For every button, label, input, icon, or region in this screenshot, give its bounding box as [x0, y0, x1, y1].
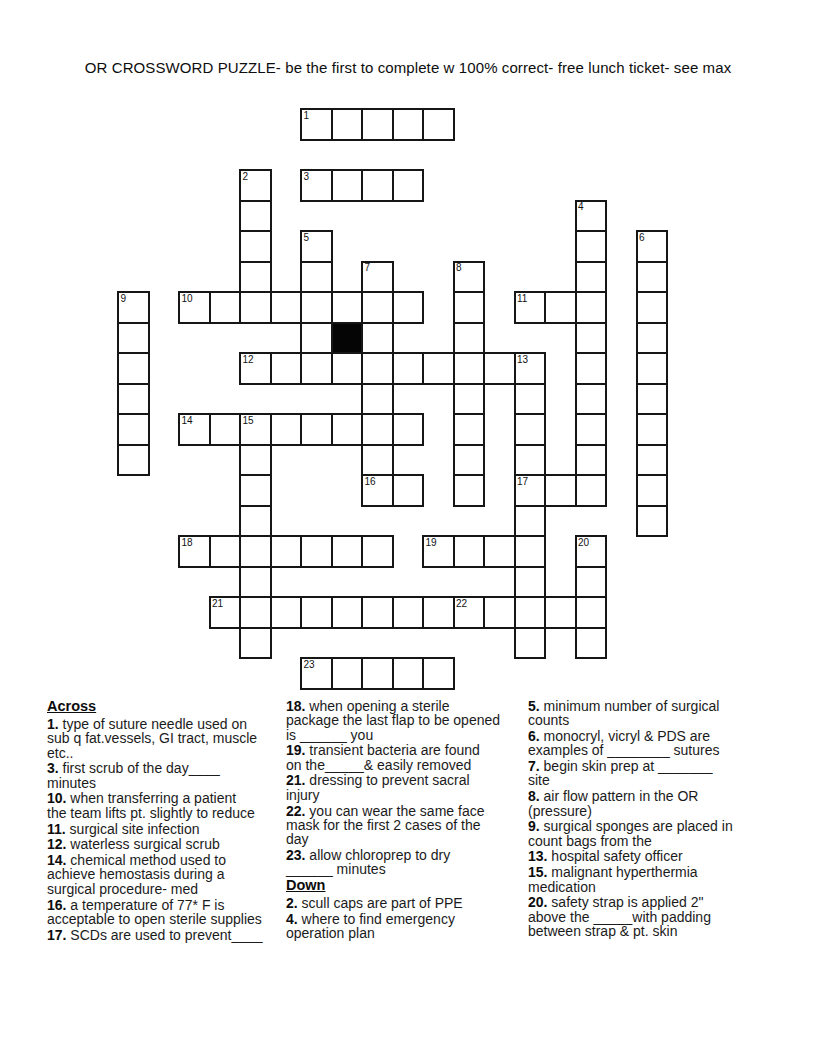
grid-cell[interactable]	[514, 535, 547, 568]
grid-cell[interactable]	[361, 291, 394, 324]
grid-cell[interactable]	[361, 383, 394, 416]
grid-cell[interactable]	[453, 322, 486, 355]
grid-cell[interactable]	[575, 200, 608, 233]
grid-cell[interactable]	[392, 596, 425, 629]
grid-cell[interactable]	[239, 505, 272, 538]
grid-cell[interactable]	[483, 352, 516, 385]
clue-9: 9. surgical sponges are placed in count …	[528, 819, 786, 848]
grid-cell[interactable]	[422, 352, 455, 385]
page-title: OR CROSSWORD PUZZLE- be the first to com…	[0, 59, 816, 76]
grid-cell[interactable]	[514, 627, 547, 660]
grid-cell[interactable]	[575, 383, 608, 416]
clue-22: 22. you can wear the same face mask for …	[286, 804, 528, 847]
clue-13: 13. hospital safety officer	[528, 849, 786, 863]
grid-cell[interactable]	[331, 413, 364, 446]
clue-8: 8. air flow pattern in the OR (pressure)	[528, 789, 786, 818]
clue-2: 2. scull caps are part of PPE	[286, 896, 528, 910]
grid-cell[interactable]	[361, 474, 394, 507]
clue-1: 1. type of suture needle used on sub q f…	[47, 717, 285, 760]
across-heading: Across	[47, 699, 285, 714]
clue-11: 11. surgical site infection	[47, 822, 285, 836]
grid-cell[interactable]	[239, 444, 272, 477]
grid-cell[interactable]	[636, 474, 669, 507]
grid-cell[interactable]	[636, 291, 669, 324]
grid-cell[interactable]	[575, 444, 608, 477]
clue-4: 4. where to find emergency operation pla…	[286, 912, 528, 941]
down-heading: Down	[286, 878, 528, 893]
grid-cell[interactable]	[422, 596, 455, 629]
grid-cell[interactable]	[209, 535, 242, 568]
grid-cell[interactable]	[270, 291, 303, 324]
grid-cell[interactable]	[514, 474, 547, 507]
grid-cell[interactable]	[483, 535, 516, 568]
grid-cell[interactable]	[117, 352, 150, 385]
grid-cell[interactable]	[575, 352, 608, 385]
clue-7: 7. begin skin prep at _______ site	[528, 759, 786, 788]
grid-cell[interactable]	[544, 291, 577, 324]
clue-number-label: 20.	[528, 894, 547, 910]
grid-cell[interactable]	[300, 596, 333, 629]
grid-cell[interactable]	[453, 261, 486, 294]
clue-column-3: 5. minimum number of surgical counts6. m…	[528, 699, 786, 940]
clue-number-label: 15.	[528, 864, 547, 880]
grid-cell[interactable]	[331, 596, 364, 629]
grid-cell[interactable]	[575, 596, 608, 629]
grid-cell[interactable]	[331, 352, 364, 385]
grid-cell[interactable]	[575, 474, 608, 507]
grid-cell[interactable]	[636, 444, 669, 477]
black-cell	[331, 322, 364, 355]
clue-number-label: 12.	[47, 836, 66, 852]
clue-21: 21. dressing to prevent sacral injury	[286, 773, 528, 802]
clue-23: 23. allow chloroprep to dry ______ minut…	[286, 848, 528, 877]
clue-3: 3. first scrub of the day____ minutes	[47, 761, 285, 790]
grid-cell[interactable]	[392, 108, 425, 141]
clue-number-label: 17.	[47, 927, 66, 943]
grid-cell[interactable]	[636, 505, 669, 538]
grid-cell[interactable]	[117, 444, 150, 477]
puzzle-sheet: { "title": "OR CROSSWORD PUZZLE- be the …	[0, 0, 816, 1056]
clue-number-label: 21.	[286, 772, 305, 788]
grid-cell[interactable]	[300, 261, 333, 294]
grid-cell[interactable]	[575, 413, 608, 446]
grid-cell[interactable]	[361, 657, 394, 690]
clue-6: 6. monocryl, vicryl & PDS are examples o…	[528, 729, 786, 758]
grid-cell[interactable]	[300, 169, 333, 202]
grid-cell[interactable]	[300, 413, 333, 446]
grid-cell[interactable]	[239, 535, 272, 568]
grid-cell[interactable]	[453, 444, 486, 477]
grid-cell[interactable]	[239, 352, 272, 385]
grid-cell[interactable]	[392, 657, 425, 690]
clue-5: 5. minimum number of surgical counts	[528, 699, 786, 728]
clue-number-label: 1.	[47, 716, 59, 732]
clue-10: 10. when transferring a patient the team…	[47, 791, 285, 820]
grid-cell[interactable]	[514, 444, 547, 477]
grid-cell[interactable]	[331, 291, 364, 324]
grid-cell[interactable]	[331, 169, 364, 202]
grid-cell[interactable]	[178, 413, 211, 446]
grid-cell[interactable]	[392, 474, 425, 507]
grid-cell[interactable]	[239, 474, 272, 507]
grid-cell[interactable]	[270, 596, 303, 629]
grid-cell[interactable]	[117, 413, 150, 446]
clue-number-label: 8.	[528, 788, 540, 804]
grid-cell[interactable]	[514, 596, 547, 629]
grid-cell[interactable]	[361, 169, 394, 202]
clue-number-label: 7.	[528, 758, 540, 774]
grid-cell[interactable]	[453, 535, 486, 568]
grid-cell[interactable]	[300, 352, 333, 385]
grid-cell[interactable]	[392, 413, 425, 446]
grid-cell[interactable]	[636, 261, 669, 294]
clue-number-label: 2.	[286, 895, 298, 911]
clue-number-label: 6.	[528, 728, 540, 744]
grid-cell[interactable]	[361, 535, 394, 568]
grid-cell[interactable]	[575, 291, 608, 324]
grid-cell[interactable]	[575, 535, 608, 568]
clue-number-label: 16.	[47, 897, 66, 913]
clue-18: 18. when opening a sterile package the l…	[286, 699, 528, 742]
clue-19: 19. transient bacteria are found on the_…	[286, 743, 528, 772]
grid-cell[interactable]	[361, 352, 394, 385]
clue-number-label: 4.	[286, 911, 298, 927]
clue-20: 20. safety strap is applied 2" above the…	[528, 895, 786, 938]
grid-cell[interactable]	[422, 535, 455, 568]
grid-cell[interactable]	[453, 291, 486, 324]
grid-cell[interactable]	[575, 322, 608, 355]
clue-column-2: 18. when opening a sterile package the l…	[286, 699, 528, 942]
grid-cell[interactable]	[361, 413, 394, 446]
clue-number-label: 19.	[286, 742, 305, 758]
grid-cell[interactable]	[300, 657, 333, 690]
grid-cell[interactable]	[392, 291, 425, 324]
clue-number-label: 3.	[47, 760, 59, 776]
grid-cell[interactable]	[178, 535, 211, 568]
grid-cell[interactable]	[514, 291, 547, 324]
clue-number-label: 5.	[528, 698, 540, 714]
grid-cell[interactable]	[209, 596, 242, 629]
clue-number-label: 14.	[47, 852, 66, 868]
grid-cell[interactable]	[239, 200, 272, 233]
clue-12: 12. waterless surgical scrub	[47, 837, 285, 851]
grid-cell[interactable]	[239, 169, 272, 202]
clue-column-1: Across1. type of suture needle used on s…	[47, 699, 285, 943]
grid-cell[interactable]	[575, 261, 608, 294]
grid-cell[interactable]	[514, 566, 547, 599]
clue-number-label: 10.	[47, 790, 66, 806]
grid-cell[interactable]	[239, 566, 272, 599]
grid-cell[interactable]	[392, 169, 425, 202]
grid-cell[interactable]	[178, 291, 211, 324]
grid-cell[interactable]	[270, 352, 303, 385]
grid-cell[interactable]	[117, 322, 150, 355]
grid-cell[interactable]	[300, 535, 333, 568]
grid-cell[interactable]	[636, 383, 669, 416]
grid-cell[interactable]	[331, 535, 364, 568]
grid-cell[interactable]	[361, 108, 394, 141]
grid-cell[interactable]	[209, 413, 242, 446]
grid-cell[interactable]	[117, 291, 150, 324]
clue-number-label: 22.	[286, 803, 305, 819]
grid-cell[interactable]	[361, 261, 394, 294]
clue-number-label: 13.	[528, 848, 547, 864]
grid-cell[interactable]	[453, 383, 486, 416]
grid-cell[interactable]	[361, 596, 394, 629]
grid-cell[interactable]	[300, 291, 333, 324]
grid-cell[interactable]	[514, 505, 547, 538]
grid-cell[interactable]	[422, 657, 455, 690]
grid-cell[interactable]	[239, 413, 272, 446]
grid-cell[interactable]	[453, 352, 486, 385]
clue-number-label: 9.	[528, 818, 540, 834]
grid-cell[interactable]	[422, 108, 455, 141]
clue-16: 16. a temperature of 77* F is acceptable…	[47, 898, 285, 927]
grid-cell[interactable]	[514, 383, 547, 416]
grid-cell[interactable]	[117, 383, 150, 416]
grid-cell[interactable]	[239, 261, 272, 294]
grid-cell[interactable]	[209, 291, 242, 324]
clue-14: 14. chemical method used to achieve hemo…	[47, 853, 285, 896]
grid-cell[interactable]	[361, 444, 394, 477]
grid-cell[interactable]	[636, 413, 669, 446]
grid-cell[interactable]	[544, 474, 577, 507]
clue-17: 17. SCDs are used to prevent____	[47, 928, 285, 942]
clue-15: 15. malignant hyperthermia medication	[528, 865, 786, 894]
grid-cell[interactable]	[239, 627, 272, 660]
grid-cell[interactable]	[453, 596, 486, 629]
grid-cell[interactable]	[575, 230, 608, 263]
grid-cell[interactable]	[636, 230, 669, 263]
grid-cell[interactable]	[544, 596, 577, 629]
grid-cell[interactable]	[270, 413, 303, 446]
grid-cell[interactable]	[636, 322, 669, 355]
grid-cell[interactable]	[300, 322, 333, 355]
grid-cell[interactable]	[239, 230, 272, 263]
grid-cell[interactable]	[331, 108, 364, 141]
grid-cell[interactable]	[514, 413, 547, 446]
grid-cell[interactable]	[331, 657, 364, 690]
grid-cell[interactable]	[514, 352, 547, 385]
grid-cell[interactable]	[453, 474, 486, 507]
grid-cell[interactable]	[575, 627, 608, 660]
grid-cell[interactable]	[636, 352, 669, 385]
grid-cell[interactable]	[239, 291, 272, 324]
grid-cell[interactable]	[300, 230, 333, 263]
grid-cell[interactable]	[392, 352, 425, 385]
grid-cell[interactable]	[453, 413, 486, 446]
grid-cell[interactable]	[239, 596, 272, 629]
clue-number-label: 11.	[47, 821, 66, 837]
grid-cell[interactable]	[483, 596, 516, 629]
grid-cell[interactable]	[575, 566, 608, 599]
grid-cell[interactable]	[300, 108, 333, 141]
grid-cell[interactable]	[361, 322, 394, 355]
grid-cell[interactable]	[270, 535, 303, 568]
crossword-grid: 1234567891011121314151617181920212223	[117, 108, 671, 692]
clue-number-label: 18.	[286, 698, 305, 714]
clue-number-label: 23.	[286, 847, 305, 863]
